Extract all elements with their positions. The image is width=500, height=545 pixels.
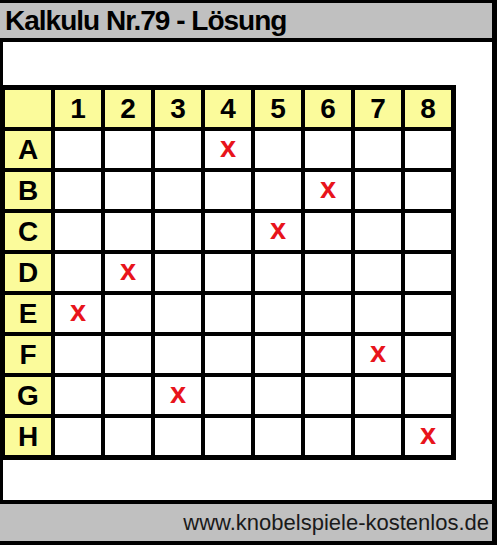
grid-cell <box>355 172 401 209</box>
grid-cell <box>255 172 301 209</box>
column-header-cell: 2 <box>105 90 151 127</box>
grid-cell <box>155 418 201 455</box>
row-header-cell: E <box>5 295 51 332</box>
grid-cell <box>55 377 101 414</box>
grid-cell <box>355 295 401 332</box>
grid-cell <box>405 254 451 291</box>
grid-cell <box>405 131 451 168</box>
grid-cell-marked: x <box>255 213 301 250</box>
row-header-cell: F <box>5 336 51 373</box>
grid-cell <box>405 336 451 373</box>
grid-cell <box>155 131 201 168</box>
row-header-cell: D <box>5 254 51 291</box>
x-mark: x <box>170 379 186 408</box>
grid-cell-marked: x <box>305 172 351 209</box>
grid-cell <box>355 213 401 250</box>
x-mark: x <box>270 215 286 244</box>
page: { "game": "Kalkulu logic puzzle (place e… <box>0 0 500 545</box>
grid-cell <box>255 295 301 332</box>
row-header-cell: G <box>5 377 51 414</box>
grid-cell <box>55 172 101 209</box>
column-header-cell: 6 <box>305 90 351 127</box>
grid-cell-marked: x <box>405 418 451 455</box>
grid-cell <box>255 418 301 455</box>
grid-cell <box>55 336 101 373</box>
website-url: www.knobelspiele-kostenlos.de <box>183 510 489 536</box>
column-header-cell: 1 <box>55 90 101 127</box>
grid-cell <box>305 213 351 250</box>
grid-cell <box>305 336 351 373</box>
column-header-cell: 5 <box>255 90 301 127</box>
grid-cell <box>55 131 101 168</box>
grid-cell <box>305 254 351 291</box>
grid-cell <box>205 254 251 291</box>
grid-cell <box>55 418 101 455</box>
grid-cell <box>305 377 351 414</box>
grid-cell <box>305 131 351 168</box>
grid-cell <box>355 418 401 455</box>
column-header-cell: 3 <box>155 90 201 127</box>
row-header-cell: H <box>5 418 51 455</box>
x-mark: x <box>70 297 86 326</box>
grid-cell <box>355 377 401 414</box>
grid-cell-marked: x <box>355 336 401 373</box>
grid-cell <box>205 377 251 414</box>
grid-cell-marked: x <box>55 295 101 332</box>
grid-cell <box>55 254 101 291</box>
x-mark: x <box>120 256 136 285</box>
grid-cell <box>405 295 451 332</box>
corner-cell <box>5 90 51 127</box>
grid-cell <box>405 172 451 209</box>
grid-cell <box>355 254 401 291</box>
title-bar: Kalkulu Nr.79 - Lösung <box>0 0 492 42</box>
grid-cell-marked: x <box>105 254 151 291</box>
grid-cell <box>255 254 301 291</box>
x-mark: x <box>370 338 386 367</box>
grid-cell <box>105 336 151 373</box>
grid-cell <box>105 418 151 455</box>
row-header-cell: C <box>5 213 51 250</box>
grid-cell <box>205 336 251 373</box>
grid-cell <box>55 213 101 250</box>
grid-cell <box>105 172 151 209</box>
grid-cell <box>105 295 151 332</box>
grid-cell <box>405 377 451 414</box>
page-border-right <box>492 0 497 545</box>
grid-cell <box>305 418 351 455</box>
column-header-cell: 4 <box>205 90 251 127</box>
grid-cell-marked: x <box>205 131 251 168</box>
footer-bar: www.knobelspiele-kostenlos.de <box>0 500 492 545</box>
grid-cell <box>255 131 301 168</box>
grid-cell <box>155 295 201 332</box>
grid-cell <box>155 213 201 250</box>
grid-cell <box>105 213 151 250</box>
row-header-cell: A <box>5 131 51 168</box>
x-mark: x <box>420 420 436 449</box>
row-header-cell: B <box>5 172 51 209</box>
grid-cell-marked: x <box>155 377 201 414</box>
grid-cell <box>155 254 201 291</box>
grid-cell <box>305 295 351 332</box>
grid-cell <box>255 336 301 373</box>
grid-cell <box>205 172 251 209</box>
puzzle-grid: 12345678AxBxCxDxExFxGxHx <box>0 85 456 460</box>
grid-cell <box>205 295 251 332</box>
column-header-cell: 8 <box>405 90 451 127</box>
grid-cell <box>205 213 251 250</box>
x-mark: x <box>320 174 336 203</box>
grid-cell <box>155 172 201 209</box>
grid-cell <box>155 336 201 373</box>
grid-cell <box>255 377 301 414</box>
grid-cell <box>205 418 251 455</box>
grid-cell <box>405 213 451 250</box>
x-mark: x <box>220 133 236 162</box>
grid-cell <box>105 377 151 414</box>
grid-cell <box>105 131 151 168</box>
puzzle-title: Kalkulu Nr.79 - Lösung <box>5 5 286 37</box>
grid-cell <box>355 131 401 168</box>
column-header-cell: 7 <box>355 90 401 127</box>
